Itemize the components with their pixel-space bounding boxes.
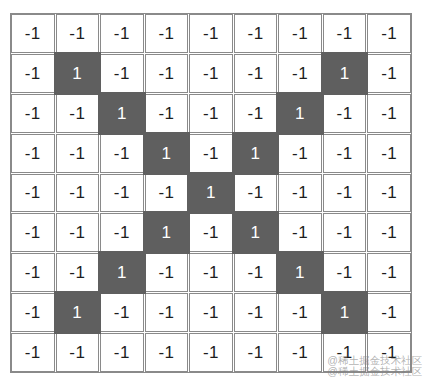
cell-r1c2: -1 [100, 54, 144, 93]
cell-r0c4: -1 [189, 14, 233, 53]
cell-r0c6: -1 [278, 14, 322, 53]
cell-r6c2: 1 [100, 253, 144, 292]
cell-r4c1: -1 [56, 174, 100, 213]
cell-r1c5: -1 [234, 54, 278, 93]
cell-r4c5: -1 [234, 174, 278, 213]
cell-r0c0: -1 [11, 14, 55, 53]
cell-r3c1: -1 [56, 134, 100, 173]
cell-r1c6: -1 [278, 54, 322, 93]
cell-r6c6: 1 [278, 253, 322, 292]
cell-r4c2: -1 [100, 174, 144, 213]
cell-r4c6: -1 [278, 174, 322, 213]
cell-r8c8: -1 [367, 333, 411, 372]
matrix-diagram: -1-1-1-1-1-1-1-1-1-11-1-1-1-1-11-1-1-11-… [0, 0, 423, 381]
cell-r7c2: -1 [100, 293, 144, 332]
cell-r8c1: -1 [56, 333, 100, 372]
cell-r1c1: 1 [56, 54, 100, 93]
cell-r4c3: -1 [145, 174, 189, 213]
cell-r3c0: -1 [11, 134, 55, 173]
cell-r7c8: -1 [367, 293, 411, 332]
cell-r5c7: -1 [323, 213, 367, 252]
cell-r0c7: -1 [323, 14, 367, 53]
cell-r8c7: -1 [323, 333, 367, 372]
cell-r0c1: -1 [56, 14, 100, 53]
cell-r5c5: 1 [234, 213, 278, 252]
cell-r5c6: -1 [278, 213, 322, 252]
cell-r8c4: -1 [189, 333, 233, 372]
cell-r7c6: -1 [278, 293, 322, 332]
cell-r2c8: -1 [367, 94, 411, 133]
cell-r8c2: -1 [100, 333, 144, 372]
cell-r5c3: 1 [145, 213, 189, 252]
cell-r3c7: -1 [323, 134, 367, 173]
cell-r4c0: -1 [11, 174, 55, 213]
cell-r0c5: -1 [234, 14, 278, 53]
cell-r2c3: -1 [145, 94, 189, 133]
cell-r7c5: -1 [234, 293, 278, 332]
cell-r4c7: -1 [323, 174, 367, 213]
cell-r1c3: -1 [145, 54, 189, 93]
cell-r4c4: 1 [189, 174, 233, 213]
cell-r7c4: -1 [189, 293, 233, 332]
cell-r8c0: -1 [11, 333, 55, 372]
cell-r1c8: -1 [367, 54, 411, 93]
cell-r8c3: -1 [145, 333, 189, 372]
cell-r2c7: -1 [323, 94, 367, 133]
cell-r8c6: -1 [278, 333, 322, 372]
cell-r6c8: -1 [367, 253, 411, 292]
cell-r0c8: -1 [367, 14, 411, 53]
cell-r2c5: -1 [234, 94, 278, 133]
cell-r6c7: -1 [323, 253, 367, 292]
cell-r2c0: -1 [11, 94, 55, 133]
cell-r3c5: 1 [234, 134, 278, 173]
cell-r7c3: -1 [145, 293, 189, 332]
cell-r6c4: -1 [189, 253, 233, 292]
cell-r0c3: -1 [145, 14, 189, 53]
matrix-grid: -1-1-1-1-1-1-1-1-1-11-1-1-1-1-11-1-1-11-… [10, 13, 412, 373]
cell-r7c1: 1 [56, 293, 100, 332]
cell-r7c7: 1 [323, 293, 367, 332]
cell-r5c0: -1 [11, 213, 55, 252]
cell-r2c1: -1 [56, 94, 100, 133]
cell-r1c0: -1 [11, 54, 55, 93]
cell-r8c5: -1 [234, 333, 278, 372]
cell-r1c7: 1 [323, 54, 367, 93]
cell-r2c6: 1 [278, 94, 322, 133]
cell-r6c5: -1 [234, 253, 278, 292]
cell-r5c2: -1 [100, 213, 144, 252]
cell-r3c6: -1 [278, 134, 322, 173]
cell-r1c4: -1 [189, 54, 233, 93]
cell-r3c8: -1 [367, 134, 411, 173]
cell-r3c4: -1 [189, 134, 233, 173]
cell-r4c8: -1 [367, 174, 411, 213]
cell-r3c2: -1 [100, 134, 144, 173]
cell-r3c3: 1 [145, 134, 189, 173]
cell-r5c4: -1 [189, 213, 233, 252]
cell-r5c1: -1 [56, 213, 100, 252]
cell-r7c0: -1 [11, 293, 55, 332]
cell-r6c0: -1 [11, 253, 55, 292]
cell-r6c1: -1 [56, 253, 100, 292]
cell-r2c2: 1 [100, 94, 144, 133]
cell-r5c8: -1 [367, 213, 411, 252]
cell-r6c3: -1 [145, 253, 189, 292]
cell-r2c4: -1 [189, 94, 233, 133]
cell-r0c2: -1 [100, 14, 144, 53]
